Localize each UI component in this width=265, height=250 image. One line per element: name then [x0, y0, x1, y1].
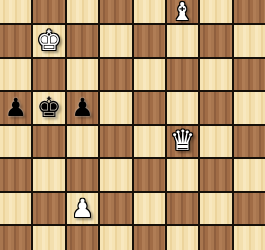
square-c7[interactable] — [67, 25, 98, 57]
square-b8[interactable] — [33, 0, 64, 23]
square-g8[interactable] — [200, 0, 231, 23]
square-f1[interactable] — [167, 226, 198, 250]
square-b3[interactable] — [33, 159, 64, 191]
square-f4[interactable]: ♛ — [167, 126, 198, 158]
square-a5[interactable]: ♟ — [0, 92, 31, 124]
square-b4[interactable] — [33, 126, 64, 158]
square-g1[interactable] — [200, 226, 231, 250]
square-f6[interactable] — [167, 59, 198, 91]
square-d1[interactable] — [100, 226, 131, 250]
square-g5[interactable] — [200, 92, 231, 124]
square-a1[interactable] — [0, 226, 31, 250]
square-h4[interactable] — [234, 126, 265, 158]
white-king[interactable]: ♚ — [37, 27, 62, 55]
square-g6[interactable] — [200, 59, 231, 91]
square-f8[interactable]: ♝ — [167, 0, 198, 23]
square-e1[interactable] — [134, 226, 165, 250]
square-d8[interactable] — [100, 0, 131, 23]
white-pawn[interactable]: ♟ — [71, 196, 93, 221]
square-e3[interactable] — [134, 159, 165, 191]
square-c1[interactable] — [67, 226, 98, 250]
square-c5[interactable]: ♟ — [67, 92, 98, 124]
square-b2[interactable] — [33, 193, 64, 225]
square-a8[interactable] — [0, 0, 31, 23]
square-b7[interactable]: ♚ — [33, 25, 64, 57]
square-g7[interactable] — [200, 25, 231, 57]
square-b6[interactable] — [33, 59, 64, 91]
square-e5[interactable] — [134, 92, 165, 124]
square-a4[interactable] — [0, 126, 31, 158]
square-d5[interactable] — [100, 92, 131, 124]
black-pawn[interactable]: ♟ — [71, 95, 93, 120]
square-h7[interactable] — [234, 25, 265, 57]
square-f7[interactable] — [167, 25, 198, 57]
square-e2[interactable] — [134, 193, 165, 225]
square-c3[interactable] — [67, 159, 98, 191]
square-h6[interactable] — [234, 59, 265, 91]
square-e4[interactable] — [134, 126, 165, 158]
square-d2[interactable] — [100, 193, 131, 225]
square-d3[interactable] — [100, 159, 131, 191]
square-g3[interactable] — [200, 159, 231, 191]
chess-board: ♝♚♟♚♟♛♟ — [0, 0, 265, 250]
square-h1[interactable] — [234, 226, 265, 250]
square-h8[interactable] — [234, 0, 265, 23]
square-g2[interactable] — [200, 193, 231, 225]
square-e6[interactable] — [134, 59, 165, 91]
square-d6[interactable] — [100, 59, 131, 91]
square-b1[interactable] — [33, 226, 64, 250]
square-a7[interactable] — [0, 25, 31, 57]
white-bishop[interactable]: ♝ — [171, 0, 193, 24]
white-queen[interactable]: ♛ — [170, 127, 195, 155]
square-e8[interactable] — [134, 0, 165, 23]
square-h5[interactable] — [234, 92, 265, 124]
square-f5[interactable] — [167, 92, 198, 124]
square-h3[interactable] — [234, 159, 265, 191]
black-king[interactable]: ♚ — [37, 94, 62, 122]
square-h2[interactable] — [234, 193, 265, 225]
square-b5[interactable]: ♚ — [33, 92, 64, 124]
square-c2[interactable]: ♟ — [67, 193, 98, 225]
square-d7[interactable] — [100, 25, 131, 57]
square-a3[interactable] — [0, 159, 31, 191]
square-f3[interactable] — [167, 159, 198, 191]
square-c8[interactable] — [67, 0, 98, 23]
square-e7[interactable] — [134, 25, 165, 57]
black-pawn[interactable]: ♟ — [4, 95, 26, 120]
square-a6[interactable] — [0, 59, 31, 91]
square-c6[interactable] — [67, 59, 98, 91]
square-d4[interactable] — [100, 126, 131, 158]
square-c4[interactable] — [67, 126, 98, 158]
square-a2[interactable] — [0, 193, 31, 225]
square-g4[interactable] — [200, 126, 231, 158]
square-f2[interactable] — [167, 193, 198, 225]
